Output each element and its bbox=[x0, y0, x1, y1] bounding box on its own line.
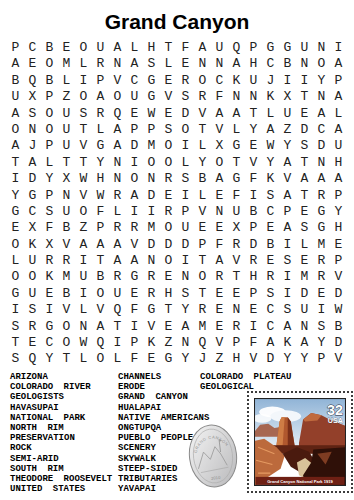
grid-cell: A bbox=[211, 171, 228, 187]
grid-cell: D bbox=[313, 138, 330, 154]
grid-cell: R bbox=[143, 269, 160, 285]
grid-cell: H bbox=[160, 286, 177, 302]
grid-cell: O bbox=[58, 319, 75, 335]
grid-cell: B bbox=[58, 220, 75, 236]
grid-cell: N bbox=[58, 188, 75, 204]
grid-cell: R bbox=[92, 106, 109, 122]
grid-cell: A bbox=[75, 237, 92, 253]
grid-cell: O bbox=[177, 122, 194, 138]
grid-cell: E bbox=[143, 351, 160, 367]
grid-cell: V bbox=[228, 253, 245, 269]
grid-cell: A bbox=[194, 40, 211, 56]
grid-cell: P bbox=[228, 335, 245, 351]
grid-cell: O bbox=[7, 269, 24, 285]
grid-cell: M bbox=[296, 269, 313, 285]
grid-cell: K bbox=[262, 89, 279, 105]
grid-cell: R bbox=[245, 253, 262, 269]
grid-cell: A bbox=[126, 56, 143, 72]
grid-cell: Q bbox=[228, 40, 245, 56]
grid-cell: Y bbox=[177, 351, 194, 367]
grid-cell: A bbox=[313, 171, 330, 187]
grid-cell: A bbox=[92, 89, 109, 105]
grid-cell: O bbox=[7, 122, 24, 138]
grid-cell: S bbox=[279, 253, 296, 269]
postage-stamp: Grand Canyon National Park 1919 32 USA bbox=[247, 391, 353, 493]
grid-cell: F bbox=[177, 40, 194, 56]
grid-cell: O bbox=[143, 155, 160, 171]
word-list-item: NORTH RIM bbox=[10, 423, 112, 433]
grid-cell: V bbox=[126, 237, 143, 253]
grid-cell: V bbox=[211, 335, 228, 351]
grid-cell: A bbox=[262, 122, 279, 138]
grid-cell: D bbox=[177, 237, 194, 253]
grid-cell: A bbox=[313, 106, 330, 122]
puzzle-title: Grand Canyon bbox=[0, 10, 354, 34]
grid-cell: A bbox=[330, 89, 347, 105]
grid-cell: U bbox=[109, 286, 126, 302]
grid-cell: V bbox=[194, 204, 211, 220]
grid-cell: S bbox=[75, 106, 92, 122]
grid-cell: Y bbox=[177, 302, 194, 318]
grid-cell: Z bbox=[160, 335, 177, 351]
word-list-item: ARIZONA bbox=[10, 372, 112, 382]
grid-cell: L bbox=[109, 351, 126, 367]
grid-cell: O bbox=[75, 204, 92, 220]
grid-cell: Y bbox=[41, 351, 58, 367]
word-search-grid: PCBEOUALHTFAUQPGGUNIAEOMLRNASLENNAHCBNOA… bbox=[7, 40, 347, 368]
grid-cell: B bbox=[92, 269, 109, 285]
grid-cell: E bbox=[160, 106, 177, 122]
grid-cell: M bbox=[58, 269, 75, 285]
grid-cell: A bbox=[126, 253, 143, 269]
grid-cell: D bbox=[330, 335, 347, 351]
grid-cell: B bbox=[7, 73, 24, 89]
grid-cell: H bbox=[330, 220, 347, 236]
grid-cell: K bbox=[279, 335, 296, 351]
grid-cell: I bbox=[143, 204, 160, 220]
grid-cell: Y bbox=[330, 204, 347, 220]
grid-cell: X bbox=[24, 220, 41, 236]
grid-cell: F bbox=[41, 220, 58, 236]
grid-cell: S bbox=[296, 220, 313, 236]
grid-cell: N bbox=[109, 155, 126, 171]
grid-cell: F bbox=[126, 351, 143, 367]
grid-cell: T bbox=[245, 106, 262, 122]
grid-cell: I bbox=[75, 73, 92, 89]
grid-cell: Y bbox=[262, 155, 279, 171]
grid-cell: E bbox=[228, 286, 245, 302]
grid-cell: I bbox=[296, 73, 313, 89]
grid-cell: E bbox=[262, 253, 279, 269]
grid-cell: O bbox=[194, 269, 211, 285]
grid-cell: T bbox=[109, 319, 126, 335]
grid-cell: V bbox=[109, 73, 126, 89]
grid-cell: W bbox=[262, 138, 279, 154]
grid-cell: I bbox=[126, 319, 143, 335]
grid-cell: L bbox=[228, 122, 245, 138]
grid-cell: N bbox=[211, 204, 228, 220]
grid-cell: U bbox=[279, 106, 296, 122]
grid-cell: V bbox=[279, 171, 296, 187]
grid-cell: K bbox=[262, 171, 279, 187]
grid-cell: Z bbox=[75, 220, 92, 236]
grid-cell: E bbox=[160, 319, 177, 335]
grid-cell: C bbox=[211, 73, 228, 89]
grid-cell: U bbox=[330, 138, 347, 154]
grid-cell: S bbox=[177, 171, 194, 187]
grid-cell: F bbox=[211, 237, 228, 253]
grid-cell: S bbox=[143, 56, 160, 72]
grid-cell: E bbox=[296, 253, 313, 269]
grid-cell: N bbox=[177, 269, 194, 285]
grid-cell: T bbox=[7, 155, 24, 171]
grid-cell: Y bbox=[296, 351, 313, 367]
grid-cell: R bbox=[109, 188, 126, 204]
grid-cell: R bbox=[41, 253, 58, 269]
grid-cell: S bbox=[262, 286, 279, 302]
grid-cell: S bbox=[296, 138, 313, 154]
word-list-item: UNITED STATES bbox=[10, 484, 112, 494]
puzzle-page: Grand Canyon PCBEOUALHTFAUQPGGUNIAEOMLRN… bbox=[0, 0, 354, 500]
grid-cell: G bbox=[143, 89, 160, 105]
grid-cell: D bbox=[245, 237, 262, 253]
grid-cell: B bbox=[245, 204, 262, 220]
grid-cell: J bbox=[262, 73, 279, 89]
grid-cell: G bbox=[160, 351, 177, 367]
grid-cell: R bbox=[313, 188, 330, 204]
grid-cell: Q bbox=[194, 335, 211, 351]
grid-cell: I bbox=[245, 188, 262, 204]
grid-cell: L bbox=[41, 155, 58, 171]
grid-cell: N bbox=[143, 171, 160, 187]
grid-cell: N bbox=[313, 89, 330, 105]
grid-cell: D bbox=[143, 237, 160, 253]
grid-cell: I bbox=[279, 269, 296, 285]
grid-cell: Z bbox=[279, 122, 296, 138]
grid-cell: N bbox=[24, 122, 41, 138]
grid-cell: Y bbox=[313, 335, 330, 351]
grid-cell: G bbox=[24, 188, 41, 204]
grid-cell: G bbox=[313, 204, 330, 220]
grid-cell: W bbox=[143, 106, 160, 122]
grid-cell: F bbox=[245, 335, 262, 351]
grid-cell: T bbox=[75, 122, 92, 138]
grid-cell: X bbox=[24, 89, 41, 105]
grid-cell: U bbox=[24, 286, 41, 302]
grid-cell: I bbox=[75, 286, 92, 302]
word-list-item: SOUTH RIM bbox=[10, 464, 112, 474]
grid-cell: H bbox=[143, 40, 160, 56]
grid-cell: A bbox=[109, 40, 126, 56]
grid-cell: N bbox=[194, 56, 211, 72]
grid-cell: E bbox=[245, 302, 262, 318]
grid-cell: P bbox=[41, 188, 58, 204]
grid-cell: A bbox=[7, 106, 24, 122]
grid-cell: D bbox=[296, 122, 313, 138]
grid-cell: O bbox=[211, 155, 228, 171]
grid-cell: V bbox=[75, 138, 92, 154]
grid-cell: E bbox=[211, 319, 228, 335]
grid-cell: C bbox=[262, 319, 279, 335]
grid-cell: T bbox=[58, 155, 75, 171]
grid-cell: M bbox=[143, 220, 160, 236]
word-list-item: ROCK bbox=[10, 443, 112, 453]
grid-cell: F bbox=[92, 204, 109, 220]
grid-cell: O bbox=[126, 171, 143, 187]
grid-cell: P bbox=[177, 204, 194, 220]
grid-cell: N bbox=[177, 335, 194, 351]
grid-cell: R bbox=[24, 319, 41, 335]
grid-cell: G bbox=[262, 40, 279, 56]
grid-cell: E bbox=[330, 237, 347, 253]
grid-cell: S bbox=[7, 351, 24, 367]
grid-cell: X bbox=[41, 237, 58, 253]
grid-cell: T bbox=[160, 40, 177, 56]
grid-cell: C bbox=[262, 56, 279, 72]
grid-cell: G bbox=[313, 220, 330, 236]
grid-cell: R bbox=[228, 237, 245, 253]
grid-cell: S bbox=[313, 319, 330, 335]
grid-cell: P bbox=[41, 138, 58, 154]
grid-cell: D bbox=[126, 138, 143, 154]
grid-cell: T bbox=[160, 302, 177, 318]
grid-cell: K bbox=[143, 335, 160, 351]
grid-cell: N bbox=[211, 56, 228, 72]
grid-cell: A bbox=[92, 319, 109, 335]
grid-cell: S bbox=[7, 319, 24, 335]
grid-cell: E bbox=[160, 188, 177, 204]
grid-cell: P bbox=[92, 73, 109, 89]
grid-cell: U bbox=[211, 40, 228, 56]
grid-cell: I bbox=[41, 302, 58, 318]
grid-cell: S bbox=[41, 204, 58, 220]
grid-cell: N bbox=[228, 89, 245, 105]
grid-cell: I bbox=[126, 204, 143, 220]
grid-cell: T bbox=[194, 286, 211, 302]
grid-cell: R bbox=[228, 319, 245, 335]
grid-cell: U bbox=[75, 269, 92, 285]
grid-cell: T bbox=[296, 89, 313, 105]
grid-cell: X bbox=[211, 138, 228, 154]
grid-cell: I bbox=[330, 40, 347, 56]
grid-cell: X bbox=[228, 220, 245, 236]
grid-cell: W bbox=[75, 335, 92, 351]
grid-cell: U bbox=[92, 40, 109, 56]
grid-cell: V bbox=[330, 351, 347, 367]
grid-cell: E bbox=[160, 269, 177, 285]
grid-cell: A bbox=[92, 237, 109, 253]
grid-cell: G bbox=[143, 302, 160, 318]
grid-cell: P bbox=[313, 351, 330, 367]
grid-cell: I bbox=[126, 155, 143, 171]
grid-cell: U bbox=[58, 106, 75, 122]
grid-cell: T bbox=[75, 155, 92, 171]
word-list-item: PRESERVATION bbox=[10, 433, 112, 443]
grid-cell: V bbox=[58, 237, 75, 253]
grid-cell: V bbox=[245, 155, 262, 171]
grid-cell: O bbox=[75, 40, 92, 56]
grid-cell: P bbox=[245, 220, 262, 236]
grid-cell: P bbox=[330, 188, 347, 204]
grid-cell: R bbox=[160, 171, 177, 187]
grid-cell: J bbox=[194, 351, 211, 367]
grid-cell: I bbox=[279, 286, 296, 302]
grid-cell: D bbox=[177, 106, 194, 122]
grid-cell: L bbox=[160, 56, 177, 72]
grid-cell: U bbox=[228, 204, 245, 220]
grid-cell: P bbox=[126, 335, 143, 351]
grid-cell: C bbox=[313, 122, 330, 138]
grid-cell: S bbox=[177, 89, 194, 105]
coin: GRAND CANYON 2010 bbox=[188, 423, 238, 489]
grid-cell: I bbox=[177, 138, 194, 154]
coin-image: GRAND CANYON 2010 bbox=[188, 423, 238, 489]
grid-cell: I bbox=[279, 237, 296, 253]
grid-cell: N bbox=[109, 56, 126, 72]
grid-cell: P bbox=[279, 204, 296, 220]
grid-cell: L bbox=[194, 188, 211, 204]
grid-cell: A bbox=[109, 237, 126, 253]
grid-cell: R bbox=[143, 286, 160, 302]
grid-cell: L bbox=[330, 106, 347, 122]
grid-cell: E bbox=[296, 106, 313, 122]
grid-cell: L bbox=[126, 40, 143, 56]
grid-cell: V bbox=[211, 122, 228, 138]
word-list-item: NATIONAL PARK bbox=[10, 413, 112, 423]
word-list-item: GEOLOGISTS bbox=[10, 392, 112, 402]
grid-cell: Y bbox=[245, 122, 262, 138]
grid-cell: P bbox=[143, 122, 160, 138]
grid-cell: T bbox=[7, 335, 24, 351]
grid-cell: A bbox=[211, 253, 228, 269]
grid-cell: C bbox=[24, 40, 41, 56]
grid-cell: A bbox=[262, 335, 279, 351]
grid-cell: B bbox=[279, 56, 296, 72]
grid-cell: M bbox=[194, 319, 211, 335]
grid-cell: C bbox=[262, 302, 279, 318]
grid-cell: O bbox=[41, 122, 58, 138]
grid-cell: I bbox=[7, 171, 24, 187]
grid-cell: A bbox=[7, 138, 24, 154]
word-list-column: COLORADO PLATEAUGEOLOGICAL bbox=[200, 372, 291, 392]
grid-cell: R bbox=[160, 204, 177, 220]
grid-cell: E bbox=[245, 138, 262, 154]
grid-cell: V bbox=[194, 106, 211, 122]
grid-cell: Z bbox=[211, 351, 228, 367]
grid-cell: V bbox=[330, 269, 347, 285]
grid-cell: S bbox=[262, 188, 279, 204]
grid-cell: P bbox=[7, 40, 24, 56]
grid-cell: Y bbox=[279, 138, 296, 154]
grid-cell: L bbox=[177, 155, 194, 171]
grid-cell: R bbox=[313, 269, 330, 285]
grid-cell: A bbox=[330, 171, 347, 187]
grid-cell: B bbox=[58, 286, 75, 302]
grid-cell: O bbox=[58, 335, 75, 351]
grid-cell: A bbox=[228, 56, 245, 72]
grid-cell: Z bbox=[58, 89, 75, 105]
grid-cell: V bbox=[245, 351, 262, 367]
grid-cell: F bbox=[126, 302, 143, 318]
grid-cell: R bbox=[109, 220, 126, 236]
grid-cell: E bbox=[24, 56, 41, 72]
grid-cell: Y bbox=[313, 73, 330, 89]
grid-cell: K bbox=[24, 237, 41, 253]
grid-cell: V bbox=[143, 319, 160, 335]
grid-cell: E bbox=[211, 286, 228, 302]
grid-cell: O bbox=[160, 220, 177, 236]
grid-cell: D bbox=[160, 237, 177, 253]
grid-cell: H bbox=[245, 269, 262, 285]
grid-cell: N bbox=[75, 319, 92, 335]
grid-cell: E bbox=[126, 106, 143, 122]
grid-cell: R bbox=[194, 89, 211, 105]
grid-cell: B bbox=[262, 237, 279, 253]
grid-cell: L bbox=[296, 237, 313, 253]
grid-cell: F bbox=[245, 171, 262, 187]
grid-cell: D bbox=[143, 188, 160, 204]
grid-cell: P bbox=[41, 89, 58, 105]
grid-cell: T bbox=[296, 188, 313, 204]
grid-cell: J bbox=[24, 138, 41, 154]
grid-cell: V bbox=[160, 89, 177, 105]
grid-cell: C bbox=[262, 204, 279, 220]
grid-cell: A bbox=[279, 220, 296, 236]
grid-cell: N bbox=[245, 89, 262, 105]
grid-cell: L bbox=[109, 204, 126, 220]
word-list-column: ARIZONACOLORADO RIVERGEOLOGISTSHAVASUPAI… bbox=[10, 372, 112, 494]
grid-cell: I bbox=[177, 253, 194, 269]
grid-cell: G bbox=[92, 138, 109, 154]
grid-cell: B bbox=[41, 73, 58, 89]
grid-cell: I bbox=[245, 319, 262, 335]
grid-cell: V bbox=[75, 188, 92, 204]
grid-cell: F bbox=[211, 89, 228, 105]
grid-cell: A bbox=[126, 188, 143, 204]
grid-cell: A bbox=[109, 253, 126, 269]
grid-cell: L bbox=[58, 73, 75, 89]
grid-cell: A bbox=[279, 155, 296, 171]
grid-cell: E bbox=[262, 220, 279, 236]
grid-cell: G bbox=[279, 40, 296, 56]
grid-cell: Y bbox=[194, 155, 211, 171]
word-list-item: NATIVE AMERICANS bbox=[118, 413, 209, 423]
grid-cell: O bbox=[313, 56, 330, 72]
grid-cell: S bbox=[160, 122, 177, 138]
grid-cell: O bbox=[75, 89, 92, 105]
grid-cell: Q bbox=[24, 351, 41, 367]
grid-cell: S bbox=[177, 286, 194, 302]
grid-cell: K bbox=[41, 269, 58, 285]
grid-cell: R bbox=[194, 302, 211, 318]
grid-cell: A bbox=[330, 56, 347, 72]
grid-cell: O bbox=[7, 237, 24, 253]
grid-cell: U bbox=[7, 89, 24, 105]
grid-cell: U bbox=[296, 302, 313, 318]
grid-cell: C bbox=[24, 204, 41, 220]
grid-cell: U bbox=[245, 73, 262, 89]
grid-cell: U bbox=[126, 89, 143, 105]
grid-cell: C bbox=[126, 73, 143, 89]
grid-cell: E bbox=[296, 204, 313, 220]
grid-cell: A bbox=[211, 106, 228, 122]
grid-cell: L bbox=[7, 253, 24, 269]
grid-cell: Q bbox=[24, 73, 41, 89]
grid-cell: E bbox=[211, 188, 228, 204]
grid-cell: U bbox=[24, 253, 41, 269]
grid-cell: A bbox=[109, 122, 126, 138]
grid-cell: E bbox=[211, 302, 228, 318]
